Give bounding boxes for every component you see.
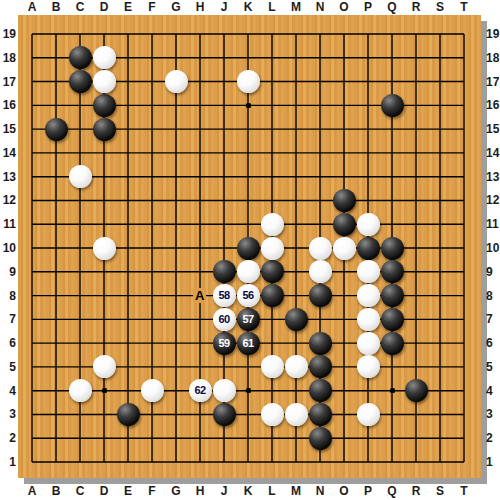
row-label-right-2: 2 xyxy=(486,431,500,445)
column-label-bottom-R: R xyxy=(404,484,428,498)
black-stone-P10[interactable] xyxy=(357,237,380,260)
row-label-left-19: 19 xyxy=(0,27,16,41)
white-stone-P9[interactable] xyxy=(357,260,380,283)
white-stone-C4[interactable] xyxy=(69,379,92,402)
row-label-right-4: 4 xyxy=(486,384,500,398)
row-label-left-8: 8 xyxy=(0,289,16,303)
column-label-top-N: N xyxy=(308,0,332,14)
white-stone-D17[interactable] xyxy=(93,70,116,93)
white-stone-N9[interactable] xyxy=(309,260,332,283)
column-label-top-J: J xyxy=(212,0,236,14)
white-stone-K8[interactable]: 56 xyxy=(237,284,260,307)
column-label-top-Q: Q xyxy=(380,0,404,14)
row-label-left-3: 3 xyxy=(0,407,16,421)
column-label-bottom-C: C xyxy=(68,484,92,498)
white-stone-F4[interactable] xyxy=(141,379,164,402)
column-label-top-T: T xyxy=(452,0,476,14)
black-stone-K7[interactable]: 57 xyxy=(237,308,260,331)
black-stone-L9[interactable] xyxy=(261,260,284,283)
column-label-top-F: F xyxy=(140,0,164,14)
column-label-bottom-E: E xyxy=(116,484,140,498)
move-number-59: 59 xyxy=(218,338,229,349)
row-label-right-19: 19 xyxy=(486,27,500,41)
column-label-bottom-J: J xyxy=(212,484,236,498)
white-stone-P6[interactable] xyxy=(357,332,380,355)
row-label-right-8: 8 xyxy=(486,289,500,303)
white-stone-K9[interactable] xyxy=(237,260,260,283)
white-stone-L11[interactable] xyxy=(261,213,284,236)
black-stone-B15[interactable] xyxy=(45,118,68,141)
column-label-top-H: H xyxy=(188,0,212,14)
row-label-left-15: 15 xyxy=(0,122,16,136)
column-label-top-E: E xyxy=(116,0,140,14)
white-stone-C13[interactable] xyxy=(69,165,92,188)
black-stone-E3[interactable] xyxy=(117,403,140,426)
black-stone-Q8[interactable] xyxy=(381,284,404,307)
black-stone-R4[interactable] xyxy=(405,379,428,402)
column-label-top-S: S xyxy=(428,0,452,14)
column-label-bottom-T: T xyxy=(452,484,476,498)
black-stone-J6[interactable]: 59 xyxy=(213,332,236,355)
row-label-left-11: 11 xyxy=(0,217,16,231)
row-label-right-18: 18 xyxy=(486,51,500,65)
column-label-bottom-K: K xyxy=(236,484,260,498)
black-stone-Q16[interactable] xyxy=(381,94,404,117)
move-number-61: 61 xyxy=(242,338,253,349)
column-label-bottom-F: F xyxy=(140,484,164,498)
black-stone-M7[interactable] xyxy=(285,308,308,331)
row-label-left-18: 18 xyxy=(0,51,16,65)
black-stone-Q9[interactable] xyxy=(381,260,404,283)
black-stone-Q10[interactable] xyxy=(381,237,404,260)
column-label-top-A: A xyxy=(20,0,44,14)
row-label-left-17: 17 xyxy=(0,75,16,89)
row-label-left-14: 14 xyxy=(0,146,16,160)
column-label-bottom-P: P xyxy=(356,484,380,498)
row-label-right-11: 11 xyxy=(486,217,500,231)
white-stone-L3[interactable] xyxy=(261,403,284,426)
column-label-bottom-N: N xyxy=(308,484,332,498)
move-number-62: 62 xyxy=(194,385,205,396)
black-stone-O12[interactable] xyxy=(333,189,356,212)
row-label-left-9: 9 xyxy=(0,265,16,279)
black-stone-N6[interactable] xyxy=(309,332,332,355)
row-label-left-7: 7 xyxy=(0,312,16,326)
column-label-bottom-M: M xyxy=(284,484,308,498)
row-label-left-10: 10 xyxy=(0,241,16,255)
black-stone-N4[interactable] xyxy=(309,379,332,402)
column-label-bottom-A: A xyxy=(20,484,44,498)
column-label-top-O: O xyxy=(332,0,356,14)
white-stone-G17[interactable] xyxy=(165,70,188,93)
column-label-top-L: L xyxy=(260,0,284,14)
black-stone-L8[interactable] xyxy=(261,284,284,307)
column-label-top-C: C xyxy=(68,0,92,14)
row-label-right-3: 3 xyxy=(486,407,500,421)
white-stone-N10[interactable] xyxy=(309,237,332,260)
star-point-D4 xyxy=(102,388,107,393)
column-label-top-M: M xyxy=(284,0,308,14)
white-stone-L5[interactable] xyxy=(261,355,284,378)
black-stone-Q6[interactable] xyxy=(381,332,404,355)
row-label-right-12: 12 xyxy=(486,193,500,207)
row-label-left-1: 1 xyxy=(0,455,16,469)
black-stone-C17[interactable] xyxy=(69,70,92,93)
column-label-bottom-G: G xyxy=(164,484,188,498)
black-stone-J3[interactable] xyxy=(213,403,236,426)
black-stone-O11[interactable] xyxy=(333,213,356,236)
white-stone-O10[interactable] xyxy=(333,237,356,260)
move-number-56: 56 xyxy=(242,290,253,301)
row-label-right-13: 13 xyxy=(486,170,500,184)
row-label-left-4: 4 xyxy=(0,384,16,398)
row-label-left-12: 12 xyxy=(0,193,16,207)
black-stone-N2[interactable] xyxy=(309,427,332,450)
white-stone-M5[interactable] xyxy=(285,355,308,378)
column-label-top-D: D xyxy=(92,0,116,14)
column-label-bottom-L: L xyxy=(260,484,284,498)
row-label-right-5: 5 xyxy=(486,360,500,374)
black-stone-C18[interactable] xyxy=(69,46,92,69)
row-label-right-17: 17 xyxy=(486,75,500,89)
black-stone-K10[interactable] xyxy=(237,237,260,260)
white-stone-L10[interactable] xyxy=(261,237,284,260)
column-label-bottom-Q: Q xyxy=(380,484,404,498)
column-label-top-G: G xyxy=(164,0,188,14)
row-label-left-5: 5 xyxy=(0,360,16,374)
move-number-57: 57 xyxy=(242,314,253,325)
row-label-right-9: 9 xyxy=(486,265,500,279)
white-stone-J4[interactable] xyxy=(213,379,236,402)
column-label-bottom-D: D xyxy=(92,484,116,498)
point-label-A-H8: A xyxy=(193,288,206,303)
column-label-bottom-B: B xyxy=(44,484,68,498)
white-stone-D5[interactable] xyxy=(93,355,116,378)
row-label-left-16: 16 xyxy=(0,98,16,112)
column-label-bottom-S: S xyxy=(428,484,452,498)
row-label-right-6: 6 xyxy=(486,336,500,350)
move-number-58: 58 xyxy=(218,290,229,301)
black-stone-D15[interactable] xyxy=(93,118,116,141)
column-label-top-K: K xyxy=(236,0,260,14)
column-label-top-R: R xyxy=(404,0,428,14)
black-stone-N3[interactable] xyxy=(309,403,332,426)
star-point-K4 xyxy=(246,388,251,393)
row-label-right-7: 7 xyxy=(486,312,500,326)
row-label-left-2: 2 xyxy=(0,431,16,445)
row-label-right-16: 16 xyxy=(486,98,500,112)
white-stone-D10[interactable] xyxy=(93,237,116,260)
row-label-right-15: 15 xyxy=(486,122,500,136)
white-stone-P8[interactable] xyxy=(357,284,380,307)
goban[interactable]: 57596158566062A xyxy=(18,15,481,478)
column-label-top-P: P xyxy=(356,0,380,14)
row-label-left-6: 6 xyxy=(0,336,16,350)
black-stone-K6[interactable]: 61 xyxy=(237,332,260,355)
black-stone-J9[interactable] xyxy=(213,260,236,283)
row-label-right-1: 1 xyxy=(486,455,500,469)
white-stone-P3[interactable] xyxy=(357,403,380,426)
star-point-Q4 xyxy=(390,388,395,393)
black-stone-Q7[interactable] xyxy=(381,308,404,331)
white-stone-M3[interactable] xyxy=(285,403,308,426)
column-label-top-B: B xyxy=(44,0,68,14)
black-stone-D16[interactable] xyxy=(93,94,116,117)
white-stone-J7[interactable]: 60 xyxy=(213,308,236,331)
white-stone-P7[interactable] xyxy=(357,308,380,331)
go-diagram: 57596158566062A AABBCCDDEEFFGGHHJJKKLLMM… xyxy=(0,0,500,500)
black-stone-N8[interactable] xyxy=(309,284,332,307)
white-stone-J8[interactable]: 58 xyxy=(213,284,236,307)
star-point-K16 xyxy=(246,103,251,108)
row-label-left-13: 13 xyxy=(0,170,16,184)
white-stone-H4[interactable]: 62 xyxy=(189,379,212,402)
black-stone-N5[interactable] xyxy=(309,355,332,378)
white-stone-P11[interactable] xyxy=(357,213,380,236)
white-stone-D18[interactable] xyxy=(93,46,116,69)
row-label-right-14: 14 xyxy=(486,146,500,160)
white-stone-K17[interactable] xyxy=(237,70,260,93)
row-label-right-10: 10 xyxy=(486,241,500,255)
white-stone-P5[interactable] xyxy=(357,355,380,378)
column-label-bottom-O: O xyxy=(332,484,356,498)
column-label-bottom-H: H xyxy=(188,484,212,498)
move-number-60: 60 xyxy=(218,314,229,325)
